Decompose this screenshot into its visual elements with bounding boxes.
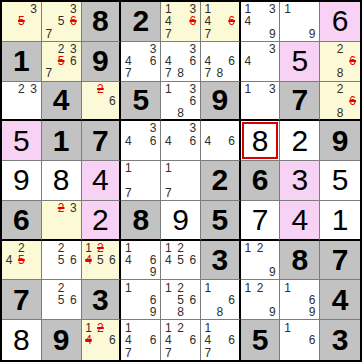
sudoku-board: 3535678213467146713491961235679346734678… — [0, 0, 362, 362]
cell-r7c4[interactable]: 1469 — [121, 241, 161, 281]
candidates: 12456 — [82, 241, 120, 280]
cell-r2c4[interactable]: 3467 — [121, 42, 161, 82]
candidates: 129 — [241, 241, 280, 280]
candidates: 268 — [320, 82, 360, 120]
candidate-digit: 6 — [147, 135, 159, 147]
candidate-digit: 3 — [266, 43, 278, 55]
candidates: 23 — [42, 201, 81, 239]
candidate-digit: 6 — [187, 254, 199, 266]
candidates: 1349 — [241, 2, 280, 41]
eliminated-candidate-digit: 5 — [55, 55, 67, 67]
candidate-digit: 2 — [55, 281, 67, 293]
candidates: 19 — [280, 2, 319, 41]
candidate-digit: 2 — [174, 321, 186, 334]
cell-r5c6[interactable]: 2 — [201, 161, 241, 201]
candidate-digit: 6 — [187, 95, 199, 107]
candidate-digit: 3 — [266, 3, 278, 15]
eliminated-candidate-digit: 2 — [94, 83, 106, 95]
candidate-digit: 6 — [106, 95, 118, 107]
cell-r2c9[interactable]: 268 — [320, 42, 360, 82]
cell-r1c7[interactable]: 1349 — [241, 2, 281, 42]
cell-r4c7[interactable]: 8 — [241, 121, 281, 161]
candidate-digit: 6 — [106, 334, 118, 347]
candidates: 3567 — [42, 2, 81, 41]
given-digit: 3 — [320, 320, 360, 360]
candidates: 1467 — [201, 320, 239, 360]
given-digit: 7 — [280, 82, 319, 120]
candidate-digit: 6 — [187, 334, 199, 347]
candidate-digit: 9 — [306, 28, 318, 40]
solved-digit: 6 — [320, 2, 360, 41]
eliminated-candidate-digit: 5 — [15, 254, 27, 266]
given-digit: 8 — [280, 241, 319, 280]
candidates: 268 — [320, 42, 360, 81]
cell-r4c3[interactable]: 7 — [82, 121, 122, 161]
candidate-digit: 6 — [147, 55, 159, 67]
candidate-digit: 4 — [122, 254, 134, 266]
cell-r1c8[interactable]: 19 — [280, 2, 320, 42]
eliminated-candidate-digit: 6 — [67, 15, 79, 27]
cell-r6c6[interactable]: 5 — [201, 201, 241, 241]
cell-r1c4[interactable]: 2 — [121, 2, 161, 42]
cell-r9c4[interactable]: 1467 — [121, 320, 161, 360]
cell-r5c3[interactable]: 4 — [82, 161, 122, 201]
candidate-digit: 5 — [55, 15, 67, 27]
candidates: 13 — [241, 82, 280, 120]
cell-r9c2[interactable]: 9 — [42, 320, 82, 360]
candidate-digit: 7 — [162, 187, 174, 199]
candidate-digit: 2 — [334, 83, 347, 95]
candidate-digit: 1 — [242, 242, 254, 254]
candidate-digit: 7 — [162, 346, 174, 359]
eliminated-candidate-digit: 6 — [187, 15, 199, 27]
candidate-digit: 1 — [83, 321, 95, 334]
candidates: 3467 — [121, 42, 160, 81]
cell-r3c5[interactable]: 1368 — [161, 82, 201, 122]
solved-digit: 8 — [241, 121, 280, 160]
cell-r4c5[interactable]: 346 — [161, 121, 201, 161]
candidates: 1368 — [161, 82, 200, 120]
candidate-digit: 9 — [266, 266, 278, 278]
candidate-digit: 6 — [67, 55, 79, 67]
candidate-digit: 4 — [122, 135, 134, 147]
cell-r3c9[interactable]: 268 — [320, 82, 360, 122]
candidate-digit: 9 — [147, 306, 159, 318]
cell-r5c9[interactable]: 5 — [320, 161, 360, 201]
candidates: 12568 — [161, 280, 200, 319]
candidate-digit: 1 — [202, 281, 214, 293]
candidate-digit: 4 — [242, 15, 254, 27]
cell-r3c3[interactable]: 26 — [82, 82, 122, 122]
given-digit: 5 — [201, 201, 239, 239]
candidate-digit: 8 — [334, 67, 347, 79]
cell-r7c7[interactable]: 129 — [241, 241, 281, 281]
candidate-digit: 6 — [226, 334, 238, 347]
candidate-digit: 4 — [202, 15, 214, 27]
eliminated-candidate-digit: 2 — [94, 321, 106, 334]
candidates: 1469 — [121, 241, 160, 280]
cell-r4c9[interactable]: 9 — [320, 121, 360, 161]
cell-r7c2[interactable]: 256 — [42, 241, 82, 281]
candidate-digit: 2 — [15, 83, 27, 95]
candidate-digit: 7 — [122, 67, 134, 79]
candidate-digit: 3 — [28, 83, 40, 95]
cell-r7c6[interactable]: 3 — [201, 241, 241, 281]
eliminated-candidate-digit: 4 — [83, 334, 95, 347]
solved-digit: 1 — [320, 201, 360, 239]
candidate-digit: 5 — [55, 294, 67, 306]
candidate-digit: 2 — [254, 281, 266, 293]
candidate-digit: 4 — [162, 15, 174, 27]
given-digit: 1 — [2, 42, 41, 81]
eliminated-candidate-digit: 5 — [15, 15, 27, 27]
given-digit: 5 — [241, 320, 280, 360]
candidates: 1246 — [82, 320, 120, 360]
cell-r3c8[interactable]: 7 — [280, 82, 320, 122]
candidate-digit: 4 — [202, 135, 214, 147]
cell-r6c1[interactable]: 6 — [2, 201, 42, 241]
candidate-digit: 8 — [174, 306, 186, 318]
candidate-digit: 6 — [187, 294, 199, 306]
eliminated-candidate-digit: 4 — [83, 254, 95, 266]
candidate-digit: 7 — [202, 28, 214, 40]
solved-digit: 9 — [161, 201, 200, 239]
candidates: 35 — [2, 2, 41, 41]
cell-r3c6[interactable]: 9 — [201, 82, 241, 122]
cell-r6c8[interactable]: 4 — [280, 201, 320, 241]
candidate-digit: 6 — [106, 254, 118, 266]
given-digit: 9 — [82, 42, 120, 81]
cell-r3c1[interactable]: 23 — [2, 82, 42, 122]
candidate-digit: 6 — [306, 334, 318, 347]
candidates: 16 — [280, 320, 319, 360]
candidate-digit: 1 — [281, 281, 293, 293]
cell-r1c5[interactable]: 13467 — [161, 2, 201, 42]
cell-r3c7[interactable]: 13 — [241, 82, 281, 122]
candidates: 12467 — [161, 320, 200, 360]
solved-digit: 9 — [2, 161, 41, 200]
solved-digit: 2 — [280, 121, 319, 160]
candidates: 256 — [42, 280, 81, 319]
cell-r1c6[interactable]: 1467 — [201, 2, 241, 42]
candidate-digit: 2 — [174, 281, 186, 293]
cell-r2c7[interactable]: 34 — [241, 42, 281, 82]
candidate-digit: 6 — [67, 294, 79, 306]
candidate-digit: 8 — [174, 107, 186, 119]
cell-r2c8[interactable]: 5 — [280, 42, 320, 82]
candidate-digit: 6 — [67, 254, 79, 266]
candidates: 34 — [241, 42, 280, 81]
solved-digit: 7 — [241, 201, 280, 239]
candidates: 23567 — [42, 42, 81, 81]
given-digit: 9 — [201, 82, 239, 120]
candidate-digit: 7 — [122, 346, 134, 359]
given-digit: 6 — [241, 161, 280, 200]
cell-r9c7[interactable]: 5 — [241, 320, 281, 360]
candidate-digit: 6 — [147, 334, 159, 347]
solved-digit: 3 — [280, 161, 319, 200]
candidate-digit: 4 — [202, 334, 214, 347]
cell-r5c1[interactable]: 9 — [2, 161, 42, 201]
solved-digit: 2 — [82, 201, 120, 239]
cell-r4c8[interactable]: 2 — [280, 121, 320, 161]
cell-r7c5[interactable]: 12456 — [161, 241, 201, 281]
solved-digit: 8 — [2, 320, 41, 360]
candidates: 169 — [121, 280, 160, 319]
candidate-digit: 3 — [28, 3, 40, 15]
candidate-digit: 7 — [202, 346, 214, 359]
candidates: 12456 — [161, 241, 200, 280]
candidate-digit: 5 — [55, 254, 67, 266]
candidates: 23 — [2, 82, 41, 120]
cell-r9c6[interactable]: 1467 — [201, 320, 241, 360]
cell-r6c7[interactable]: 7 — [241, 201, 281, 241]
cell-r8c5[interactable]: 12568 — [161, 280, 201, 320]
candidates: 17 — [121, 161, 160, 200]
cell-r4c2[interactable]: 1 — [42, 121, 82, 161]
candidate-digit: 9 — [266, 306, 278, 318]
candidate-digit: 7 — [122, 187, 134, 199]
candidate-digit: 7 — [162, 28, 174, 40]
given-digit: 3 — [82, 280, 120, 319]
candidate-digit: 7 — [162, 67, 174, 79]
candidate-digit: 7 — [202, 67, 214, 79]
solved-digit: 5 — [2, 121, 41, 160]
cell-r8c4[interactable]: 169 — [121, 280, 161, 320]
candidate-digit: 9 — [306, 306, 318, 318]
candidate-digit: 3 — [67, 202, 79, 214]
candidates: 1467 — [121, 320, 160, 360]
given-digit: 4 — [42, 82, 81, 120]
cell-r3c2[interactable]: 4 — [42, 82, 82, 122]
candidates: 46 — [201, 121, 239, 160]
solved-digit: 5 — [280, 42, 319, 81]
candidates: 26 — [82, 82, 120, 120]
cell-r7c3[interactable]: 12456 — [82, 241, 122, 281]
candidate-digit: 8 — [174, 67, 186, 79]
candidates: 129 — [241, 280, 280, 319]
cell-r7c1[interactable]: 245 — [2, 241, 42, 281]
candidate-digit: 1 — [242, 83, 254, 95]
candidates: 256 — [42, 241, 81, 280]
cell-r2c1[interactable]: 1 — [2, 42, 42, 82]
cell-r8c6[interactable]: 168 — [201, 280, 241, 320]
candidate-digit: 4 — [122, 334, 134, 347]
candidates: 34678 — [161, 42, 200, 81]
candidate-digit: 1 — [242, 281, 254, 293]
given-digit: 8 — [82, 2, 120, 41]
candidate-digit: 1 — [162, 281, 174, 293]
candidate-digit: 1 — [202, 321, 214, 334]
candidate-digit: 4 — [3, 254, 15, 266]
cell-r7c8[interactable]: 8 — [280, 241, 320, 281]
candidate-digit: 6 — [226, 135, 238, 147]
candidate-digit: 3 — [187, 83, 199, 95]
given-digit: 7 — [320, 241, 360, 280]
given-digit: 6 — [2, 201, 41, 239]
candidate-digit: 8 — [334, 107, 347, 119]
cell-r4c1[interactable]: 5 — [2, 121, 42, 161]
candidate-digit: 6 — [187, 55, 199, 67]
given-digit: 4 — [320, 280, 360, 319]
cell-r1c3[interactable]: 8 — [82, 2, 122, 42]
solved-digit: 8 — [42, 161, 81, 200]
candidate-digit: 4 — [162, 254, 174, 266]
cell-r8c7[interactable]: 129 — [241, 280, 281, 320]
cell-r2c5[interactable]: 34678 — [161, 42, 201, 82]
cell-r8c9[interactable]: 4 — [320, 280, 360, 320]
candidate-digit: 5 — [94, 254, 106, 266]
candidate-digit: 6 — [226, 294, 238, 306]
given-digit: 8 — [121, 201, 160, 239]
candidate-digit: 6 — [226, 55, 238, 67]
candidates: 169 — [280, 280, 319, 319]
cell-r4c6[interactable]: 46 — [201, 121, 241, 161]
given-digit: 2 — [201, 161, 239, 200]
cell-r8c2[interactable]: 256 — [42, 280, 82, 320]
candidate-digit: 1 — [122, 162, 134, 174]
candidate-digit: 8 — [214, 67, 226, 79]
solved-digit: 5 — [320, 161, 360, 200]
given-digit: 7 — [2, 280, 41, 319]
cell-r8c1[interactable]: 7 — [2, 280, 42, 320]
candidate-digit: 9 — [266, 28, 278, 40]
candidates: 17 — [161, 161, 200, 200]
candidates: 13467 — [161, 2, 200, 41]
candidate-digit: 3 — [266, 83, 278, 95]
candidate-digit: 3 — [147, 122, 159, 134]
cell-r6c4[interactable]: 8 — [121, 201, 161, 241]
candidate-digit: 1 — [281, 3, 293, 15]
cell-r6c3[interactable]: 2 — [82, 201, 122, 241]
solved-digit: 4 — [280, 201, 319, 239]
cell-r9c1[interactable]: 8 — [2, 320, 42, 360]
candidate-digit: 3 — [187, 122, 199, 134]
cell-r5c2[interactable]: 8 — [42, 161, 82, 201]
cell-r8c3[interactable]: 3 — [82, 280, 122, 320]
cell-r2c3[interactable]: 9 — [82, 42, 122, 82]
candidates: 4678 — [201, 42, 239, 81]
cell-r1c1[interactable]: 35 — [2, 2, 42, 42]
cell-r9c9[interactable]: 3 — [320, 320, 360, 360]
solved-digit: 4 — [82, 161, 120, 200]
candidate-digit: 4 — [162, 135, 174, 147]
given-digit: 2 — [121, 2, 160, 41]
cell-r4c4[interactable]: 346 — [121, 121, 161, 161]
candidate-digit: 9 — [147, 266, 159, 278]
candidate-digit: 1 — [162, 83, 174, 95]
candidate-digit: 2 — [254, 242, 266, 254]
candidates: 168 — [201, 280, 239, 319]
cell-r6c2[interactable]: 23 — [42, 201, 82, 241]
given-digit: 5 — [121, 82, 160, 120]
candidate-digit: 1 — [122, 281, 134, 293]
candidate-digit: 2 — [334, 43, 347, 55]
cell-r3c4[interactable]: 5 — [121, 82, 161, 122]
candidate-digit: 1 — [281, 321, 293, 334]
candidate-digit: 7 — [43, 28, 55, 40]
candidate-digit: 4 — [162, 334, 174, 347]
candidate-digit: 5 — [174, 254, 186, 266]
candidate-digit: 4 — [242, 55, 254, 67]
candidate-digit: 1 — [122, 321, 134, 334]
eliminated-candidate-digit: 6 — [346, 55, 359, 67]
eliminated-candidate-digit: 6 — [226, 15, 238, 27]
cell-r8c8[interactable]: 169 — [280, 280, 320, 320]
candidates: 346 — [121, 121, 160, 160]
candidates: 1467 — [201, 2, 239, 41]
cell-r9c5[interactable]: 12467 — [161, 320, 201, 360]
candidate-digit: 7 — [43, 67, 55, 79]
candidate-digit: 8 — [214, 306, 226, 318]
eliminated-candidate-digit: 2 — [55, 202, 67, 214]
given-digit: 3 — [201, 241, 239, 280]
cell-r5c5[interactable]: 17 — [161, 161, 201, 201]
given-digit: 9 — [320, 121, 360, 160]
cell-r1c9[interactable]: 6 — [320, 2, 360, 42]
candidates: 346 — [161, 121, 200, 160]
cell-r1c2[interactable]: 3567 — [42, 2, 82, 42]
candidate-digit: 1 — [162, 162, 174, 174]
cell-r9c3[interactable]: 1246 — [82, 320, 122, 360]
candidates: 245 — [2, 241, 41, 280]
given-digit: 7 — [82, 121, 120, 160]
candidate-digit: 6 — [187, 135, 199, 147]
given-digit: 1 — [42, 121, 81, 160]
candidate-digit: 1 — [162, 321, 174, 334]
cell-r6c5[interactable]: 9 — [161, 201, 201, 241]
eliminated-candidate-digit: 6 — [346, 95, 359, 107]
cell-r2c2[interactable]: 23567 — [42, 42, 82, 82]
given-digit: 9 — [42, 320, 81, 360]
cell-r5c8[interactable]: 3 — [280, 161, 320, 201]
cell-r7c9[interactable]: 7 — [320, 241, 360, 281]
cell-r2c6[interactable]: 4678 — [201, 42, 241, 82]
cell-r5c4[interactable]: 17 — [121, 161, 161, 201]
cell-r5c7[interactable]: 6 — [241, 161, 281, 201]
cell-r6c9[interactable]: 1 — [320, 201, 360, 241]
cell-r9c8[interactable]: 16 — [280, 320, 320, 360]
